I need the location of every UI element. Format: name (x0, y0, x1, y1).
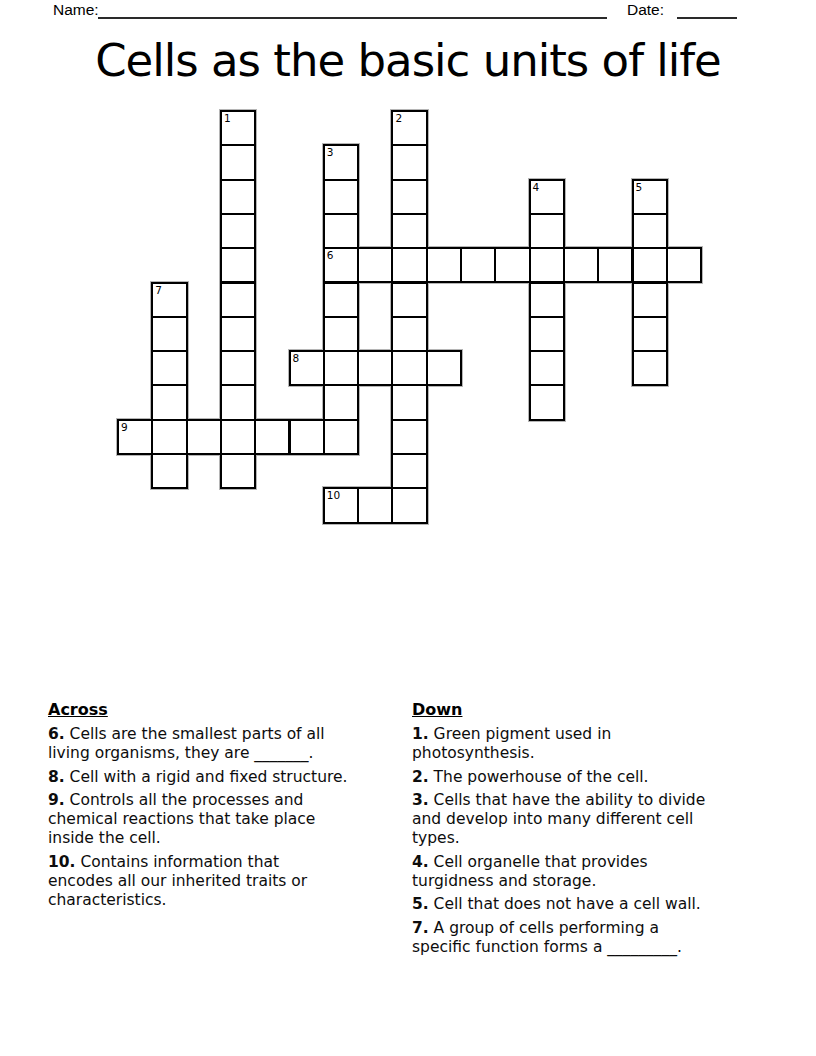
page-title: Cells as the basic units of life (0, 33, 816, 89)
clue-number-label: 7. (412, 919, 429, 937)
clue-number-8: 8 (293, 352, 300, 364)
cell-r3c9[interactable] (391, 179, 427, 215)
clue-down-7: 7. A group of cells performing a specifi… (412, 919, 709, 958)
cell-r1c9[interactable]: 2 (391, 110, 427, 146)
cell-r4c16[interactable] (632, 213, 668, 249)
cell-r6c2[interactable]: 7 (151, 282, 187, 318)
cell-r10c2[interactable] (151, 419, 187, 455)
clue-number-9: 9 (121, 421, 128, 433)
clue-text: Cells are the smallest parts of all livi… (48, 725, 325, 762)
across-clues-column: Across 6. Cells are the smallest parts o… (48, 700, 348, 915)
cell-r9c13[interactable] (529, 384, 565, 420)
clue-number-label: 1. (412, 725, 429, 743)
cell-r5c13[interactable] (529, 247, 565, 283)
cell-r3c7[interactable] (323, 179, 359, 215)
cell-r2c7[interactable]: 3 (323, 144, 359, 180)
clue-down-5: 5. Cell that does not have a cell wall. (412, 895, 709, 914)
clue-down-3: 3. Cells that have the ability to divide… (412, 791, 709, 849)
cell-r4c4[interactable] (220, 213, 256, 249)
cell-r3c16[interactable]: 5 (632, 179, 668, 215)
cell-r8c13[interactable] (529, 350, 565, 386)
cell-r5c14[interactable] (563, 247, 599, 283)
cell-r4c13[interactable] (529, 213, 565, 249)
clue-number-1: 1 (224, 112, 231, 124)
across-heading: Across (48, 700, 348, 719)
cell-r3c4[interactable] (220, 179, 256, 215)
down-clues-column: Down 1. Green pigment used in photosynth… (412, 700, 709, 961)
cell-r5c7[interactable]: 6 (323, 247, 359, 283)
cell-r12c8[interactable] (357, 487, 393, 523)
cell-r12c9[interactable] (391, 487, 427, 523)
cell-r4c7[interactable] (323, 213, 359, 249)
cell-r8c16[interactable] (632, 350, 668, 386)
clue-across-9: 9. Controls all the processes and chemic… (48, 791, 348, 849)
cell-r2c4[interactable] (220, 144, 256, 180)
clue-across-10: 10. Contains information that encodes al… (48, 853, 348, 911)
cell-r4c9[interactable] (391, 213, 427, 249)
cell-r10c3[interactable] (186, 419, 222, 455)
cell-r6c16[interactable] (632, 282, 668, 318)
clue-text: Cell organelle that provides turgidness … (412, 853, 648, 890)
cell-r8c7[interactable] (323, 350, 359, 386)
cell-r8c9[interactable] (391, 350, 427, 386)
cell-r10c7[interactable] (323, 419, 359, 455)
down-heading: Down (412, 700, 709, 719)
clue-number-10: 10 (327, 489, 340, 501)
clue-down-1: 1. Green pigment used in photosynthesis. (412, 725, 709, 764)
cell-r5c4[interactable] (220, 247, 256, 283)
cell-r8c8[interactable] (357, 350, 393, 386)
clue-number-label: 3. (412, 791, 429, 809)
cell-r10c1[interactable]: 9 (117, 419, 153, 455)
cell-r3c13[interactable]: 4 (529, 179, 565, 215)
cell-r10c6[interactable] (289, 419, 325, 455)
cell-r2c9[interactable] (391, 144, 427, 180)
clue-across-6: 6. Cells are the smallest parts of all l… (48, 725, 348, 764)
cell-r5c12[interactable] (494, 247, 530, 283)
cell-r5c16[interactable] (632, 247, 668, 283)
cell-r12c7[interactable]: 10 (323, 487, 359, 523)
cell-r11c9[interactable] (391, 453, 427, 489)
cell-r10c5[interactable] (254, 419, 290, 455)
cell-r11c4[interactable] (220, 453, 256, 489)
clue-number-label: 4. (412, 853, 429, 871)
cell-r1c4[interactable]: 1 (220, 110, 256, 146)
cell-r7c4[interactable] (220, 316, 256, 352)
cell-r5c8[interactable] (357, 247, 393, 283)
cell-r8c10[interactable] (426, 350, 462, 386)
clue-number-6: 6 (327, 249, 334, 261)
name-label: Name: (53, 1, 99, 19)
clue-number-3: 3 (327, 146, 334, 158)
clue-text: Cells that have the ability to divide an… (412, 791, 705, 848)
cell-r8c4[interactable] (220, 350, 256, 386)
cell-r5c17[interactable] (666, 247, 702, 283)
cell-r9c4[interactable] (220, 384, 256, 420)
across-clues: 6. Cells are the smallest parts of all l… (48, 725, 348, 911)
cell-r10c9[interactable] (391, 419, 427, 455)
cell-r8c6[interactable]: 8 (289, 350, 325, 386)
crossword-board: 12345678910 (117, 110, 702, 524)
clue-number-label: 6. (48, 725, 65, 743)
cell-r5c9[interactable] (391, 247, 427, 283)
cell-r7c7[interactable] (323, 316, 359, 352)
clue-text: Contains information that encodes all ou… (48, 853, 307, 910)
clue-number-5: 5 (636, 181, 643, 193)
clue-text: The powerhouse of the cell. (429, 768, 649, 786)
cell-r11c2[interactable] (151, 453, 187, 489)
clue-text: Green pigment used in photosynthesis. (412, 725, 611, 762)
cell-r10c4[interactable] (220, 419, 256, 455)
clue-number-label: 9. (48, 791, 65, 809)
cell-r7c13[interactable] (529, 316, 565, 352)
clue-text: A group of cells performing a specific f… (412, 919, 682, 956)
cell-r9c7[interactable] (323, 384, 359, 420)
cell-r6c13[interactable] (529, 282, 565, 318)
date-blank-line (677, 17, 737, 19)
down-clues: 1. Green pigment used in photosynthesis.… (412, 725, 709, 957)
cell-r7c16[interactable] (632, 316, 668, 352)
clue-number-7: 7 (155, 284, 162, 296)
cell-r8c2[interactable] (151, 350, 187, 386)
clue-number-label: 10. (48, 853, 75, 871)
clue-text: Controls all the processes and chemical … (48, 791, 315, 848)
clue-across-8: 8. Cell with a rigid and fixed structure… (48, 768, 348, 787)
cell-r9c9[interactable] (391, 384, 427, 420)
clue-down-2: 2. The powerhouse of the cell. (412, 768, 709, 787)
clue-number-2: 2 (395, 112, 402, 124)
date-label: Date: (627, 1, 664, 19)
cell-r7c9[interactable] (391, 316, 427, 352)
clue-number-label: 2. (412, 768, 429, 786)
name-blank-line (98, 17, 607, 19)
cell-r5c15[interactable] (597, 247, 633, 283)
clue-number-label: 8. (48, 768, 65, 786)
clue-number-4: 4 (533, 181, 540, 193)
cell-r6c9[interactable] (391, 282, 427, 318)
clue-text: Cell with a rigid and fixed structure. (65, 768, 348, 786)
cell-r5c10[interactable] (426, 247, 462, 283)
cell-r5c11[interactable] (460, 247, 496, 283)
clue-text: Cell that does not have a cell wall. (429, 895, 701, 913)
worksheet-page: Name: Date: Cells as the basic units of … (0, 0, 816, 1056)
clue-down-4: 4. Cell organelle that provides turgidne… (412, 853, 709, 892)
clue-number-label: 5. (412, 895, 429, 913)
cell-r7c2[interactable] (151, 316, 187, 352)
cell-r6c4[interactable] (220, 282, 256, 318)
cell-r6c7[interactable] (323, 282, 359, 318)
cell-r9c2[interactable] (151, 384, 187, 420)
